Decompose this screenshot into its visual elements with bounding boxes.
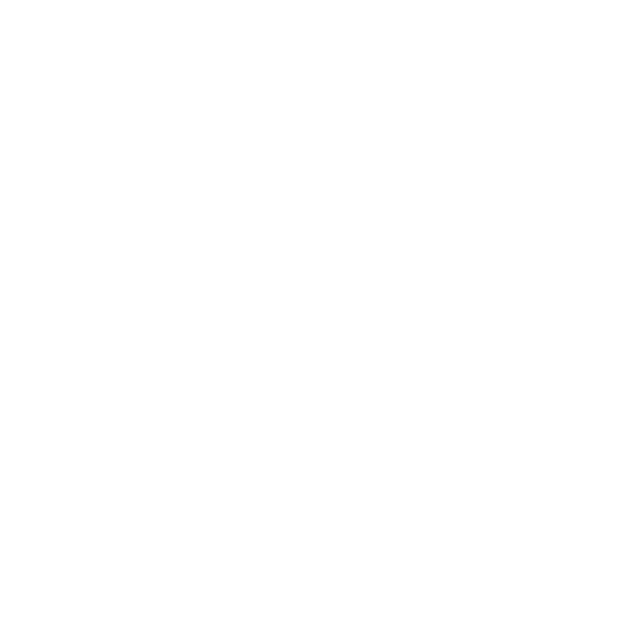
puzzle-image: [0, 0, 636, 634]
puzzle-board: [4, 2, 631, 629]
